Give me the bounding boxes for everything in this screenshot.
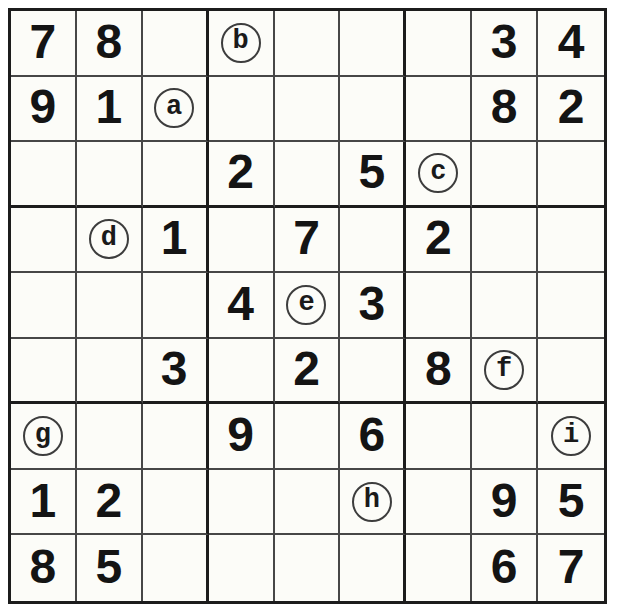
given-digit: 1	[161, 214, 188, 262]
cell-r3c4[interactable]: 2	[209, 142, 275, 208]
circle-marker-c: c	[418, 153, 458, 193]
marker-letter: f	[496, 356, 512, 383]
cell-r9c1[interactable]: 8	[11, 535, 77, 601]
cell-r5c3[interactable]	[143, 273, 209, 339]
given-digit: 1	[30, 477, 57, 525]
cell-r5c4[interactable]: 4	[209, 273, 275, 339]
circle-marker-f: f	[484, 350, 524, 390]
cell-r1c4[interactable]: b	[209, 11, 275, 77]
cell-r7c5[interactable]	[275, 404, 341, 470]
cell-r1c8[interactable]: 3	[472, 11, 538, 77]
cell-r4c4[interactable]	[209, 208, 275, 274]
cell-r4c3[interactable]: 1	[143, 208, 209, 274]
cell-r9c9[interactable]: 7	[538, 535, 604, 601]
circle-marker-b: b	[221, 23, 261, 63]
cell-r6c3[interactable]: 3	[143, 339, 209, 405]
given-digit: 5	[558, 477, 585, 525]
cell-r4c8[interactable]	[472, 208, 538, 274]
marker-letter: g	[35, 422, 51, 449]
cell-r4c7[interactable]: 2	[406, 208, 472, 274]
cell-r3c2[interactable]	[77, 142, 143, 208]
cell-r2c8[interactable]: 8	[472, 77, 538, 143]
cell-r8c5[interactable]	[275, 470, 341, 536]
sudoku-board: 78b3491a8225cd1724e3328fg96i12h958567	[8, 8, 607, 604]
given-digit: 3	[491, 18, 518, 66]
cell-r1c2[interactable]: 8	[77, 11, 143, 77]
cell-r7c7[interactable]	[406, 404, 472, 470]
cell-r5c5[interactable]: e	[275, 273, 341, 339]
circle-marker-g: g	[23, 416, 63, 456]
cell-r9c2[interactable]: 5	[77, 535, 143, 601]
marker-letter: e	[298, 290, 314, 317]
cell-r8c4[interactable]	[209, 470, 275, 536]
cell-r8c9[interactable]: 5	[538, 470, 604, 536]
page: 78b3491a8225cd1724e3328fg96i12h958567	[0, 0, 620, 615]
cell-r6c1[interactable]	[11, 339, 77, 405]
given-digit: 4	[558, 18, 585, 66]
cell-r1c5[interactable]	[275, 11, 341, 77]
marker-letter: h	[364, 487, 380, 514]
given-digit: 2	[95, 477, 122, 525]
cell-r1c7[interactable]	[406, 11, 472, 77]
cell-r1c6[interactable]	[340, 11, 406, 77]
cell-r6c7[interactable]: 8	[406, 339, 472, 405]
cell-r9c8[interactable]: 6	[472, 535, 538, 601]
cell-r2c2[interactable]: 1	[77, 77, 143, 143]
cell-r7c4[interactable]: 9	[209, 404, 275, 470]
cell-r8c2[interactable]: 2	[77, 470, 143, 536]
given-digit: 4	[227, 280, 254, 328]
given-digit: 3	[161, 345, 188, 393]
cell-r6c2[interactable]	[77, 339, 143, 405]
cell-r4c5[interactable]: 7	[275, 208, 341, 274]
given-digit: 9	[227, 411, 254, 459]
cell-r2c6[interactable]	[340, 77, 406, 143]
cell-r2c5[interactable]	[275, 77, 341, 143]
cell-r5c2[interactable]	[77, 273, 143, 339]
cell-r5c8[interactable]	[472, 273, 538, 339]
given-digit: 8	[491, 83, 518, 131]
given-digit: 5	[359, 148, 386, 196]
cell-r3c7[interactable]: c	[406, 142, 472, 208]
cell-r2c9[interactable]: 2	[538, 77, 604, 143]
cell-r7c8[interactable]	[472, 404, 538, 470]
given-digit: 2	[227, 148, 254, 196]
cell-r9c5[interactable]	[275, 535, 341, 601]
given-digit: 7	[293, 214, 320, 262]
cell-r4c1[interactable]	[11, 208, 77, 274]
circle-marker-h: h	[352, 482, 392, 522]
cell-r3c5[interactable]	[275, 142, 341, 208]
cell-r7c1[interactable]: g	[11, 404, 77, 470]
cell-r8c8[interactable]: 9	[472, 470, 538, 536]
cell-r5c7[interactable]	[406, 273, 472, 339]
cell-r4c2[interactable]: d	[77, 208, 143, 274]
given-digit: 7	[30, 18, 57, 66]
cell-r7c6[interactable]: 6	[340, 404, 406, 470]
given-digit: 5	[95, 543, 122, 591]
given-digit: 2	[558, 83, 585, 131]
cell-r7c2[interactable]	[77, 404, 143, 470]
cell-r2c7[interactable]	[406, 77, 472, 143]
cell-r5c6[interactable]: 3	[340, 273, 406, 339]
cell-r2c3[interactable]: a	[143, 77, 209, 143]
circle-marker-a: a	[154, 88, 194, 128]
given-digit: 8	[425, 345, 452, 393]
cell-r2c4[interactable]	[209, 77, 275, 143]
cell-r4c6[interactable]	[340, 208, 406, 274]
cell-r8c3[interactable]	[143, 470, 209, 536]
cell-r3c8[interactable]	[472, 142, 538, 208]
marker-letter: c	[430, 159, 446, 186]
given-digit: 2	[425, 214, 452, 262]
marker-letter: d	[101, 225, 117, 252]
marker-letter: b	[232, 28, 248, 55]
given-digit: 9	[491, 477, 518, 525]
cell-r3c3[interactable]	[143, 142, 209, 208]
cell-r1c1[interactable]: 7	[11, 11, 77, 77]
cell-r8c6[interactable]: h	[340, 470, 406, 536]
given-digit: 8	[30, 543, 57, 591]
cell-r6c4[interactable]	[209, 339, 275, 405]
cell-r4c9[interactable]	[538, 208, 604, 274]
circle-marker-d: d	[89, 219, 129, 259]
cell-r8c1[interactable]: 1	[11, 470, 77, 536]
cell-r1c3[interactable]	[143, 11, 209, 77]
given-digit: 8	[95, 18, 122, 66]
cell-r9c4[interactable]	[209, 535, 275, 601]
given-digit: 2	[293, 345, 320, 393]
cell-r7c3[interactable]	[143, 404, 209, 470]
circle-marker-i: i	[551, 416, 591, 456]
cell-r6c8[interactable]: f	[472, 339, 538, 405]
cell-r2c1[interactable]: 9	[11, 77, 77, 143]
cell-r9c3[interactable]	[143, 535, 209, 601]
cell-r6c5[interactable]: 2	[275, 339, 341, 405]
cell-r1c9[interactable]: 4	[538, 11, 604, 77]
cell-r5c1[interactable]	[11, 273, 77, 339]
given-digit: 1	[95, 83, 122, 131]
given-digit: 6	[491, 543, 518, 591]
cell-r6c6[interactable]	[340, 339, 406, 405]
cell-r9c7[interactable]	[406, 535, 472, 601]
cell-r3c6[interactable]: 5	[340, 142, 406, 208]
given-digit: 6	[359, 411, 386, 459]
cell-r3c9[interactable]	[538, 142, 604, 208]
cell-r7c9[interactable]: i	[538, 404, 604, 470]
cell-r6c9[interactable]	[538, 339, 604, 405]
circle-marker-e: e	[286, 285, 326, 325]
marker-letter: i	[563, 422, 579, 449]
cell-r9c6[interactable]	[340, 535, 406, 601]
cell-r3c1[interactable]	[11, 142, 77, 208]
marker-letter: a	[166, 94, 182, 121]
cell-r8c7[interactable]	[406, 470, 472, 536]
given-digit: 9	[30, 83, 57, 131]
given-digit: 7	[558, 543, 585, 591]
given-digit: 3	[359, 280, 386, 328]
cell-r5c9[interactable]	[538, 273, 604, 339]
